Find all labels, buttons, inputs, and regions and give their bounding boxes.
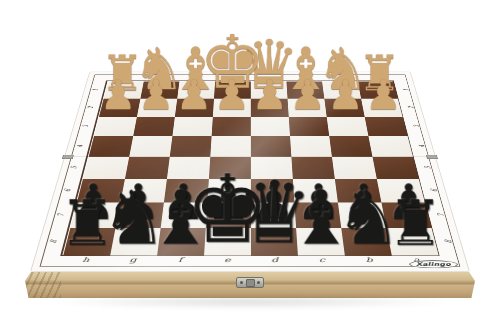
rank-label-right-5: 5: [423, 166, 432, 169]
file-label-a: a: [412, 256, 420, 264]
white-pawn-g2: ♟: [138, 75, 175, 116]
white-pawn-d2: ♟: [251, 75, 288, 116]
rank-label-left-1: 1: [91, 89, 99, 91]
white-pawn-a2: ♟: [365, 75, 402, 116]
file-label-d: d: [271, 256, 278, 264]
clasp-screw-right: [257, 281, 260, 284]
file-label-b: b: [365, 256, 373, 264]
rank-label-left-7: 7: [56, 213, 66, 216]
rank-label-right-2: 2: [407, 106, 415, 108]
rank-label-left-8: 8: [48, 240, 58, 243]
rank-label-right-4: 4: [417, 145, 426, 147]
clasp-screw-left: [240, 281, 243, 284]
black-king-e8: ♚: [185, 163, 269, 257]
file-label-e: e: [224, 256, 231, 264]
file-label-f: f: [178, 256, 183, 264]
white-pawn-b2: ♟: [327, 75, 364, 116]
rank-label-left-5: 5: [69, 166, 78, 169]
file-label-c: c: [318, 256, 325, 264]
white-pawn-c2: ♟: [289, 75, 326, 116]
white-pawn-e2: ♟: [213, 75, 250, 116]
black-knight-b8: ♞: [335, 181, 402, 255]
rank-label-right-3: 3: [412, 125, 421, 127]
pieces-layer: ♜♞♝♚♛♝♞♜♟♟♟♟♟♟♟♟♟♟♟♟♟♟♟♟♜♞♝♚♛♝♞♜: [31, 72, 469, 271]
rank-label-right-8: 8: [443, 240, 454, 243]
rank-label-left-2: 2: [86, 106, 94, 108]
product-photo-scene: hgfedcba 12345678 12345678 Xalingo ♜♞♝♚♛…: [0, 0, 500, 317]
rank-label-right-7: 7: [436, 213, 446, 216]
rank-label-right-6: 6: [429, 189, 439, 192]
white-pawn-h2: ♟: [100, 75, 137, 116]
rank-label-right-1: 1: [402, 89, 410, 91]
file-label-g: g: [129, 256, 137, 264]
ground-shadow: [45, 295, 455, 309]
rank-label-left-4: 4: [75, 145, 84, 147]
rank-label-left-3: 3: [81, 125, 90, 127]
rank-label-left-6: 6: [63, 189, 73, 192]
metal-clasp: [236, 277, 264, 288]
chessboard: hgfedcba 12345678 12345678 Xalingo ♜♞♝♚♛…: [30, 72, 470, 272]
clasp-latch: [246, 279, 255, 287]
white-pawn-f2: ♟: [176, 75, 213, 116]
